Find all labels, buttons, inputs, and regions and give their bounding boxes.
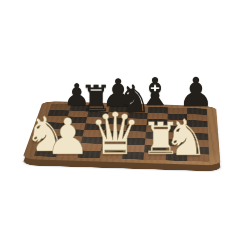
- black-pawn: ♟: [178, 72, 214, 112]
- black-bishop: ♝: [138, 73, 172, 111]
- white-queen: ♛: [89, 105, 141, 163]
- chessboard-product-photo: ♟♜♟♞♝♟♞♟♛♜♞: [0, 0, 250, 250]
- white-pawn: ♟: [46, 112, 91, 162]
- white-knight: ♞: [164, 113, 209, 163]
